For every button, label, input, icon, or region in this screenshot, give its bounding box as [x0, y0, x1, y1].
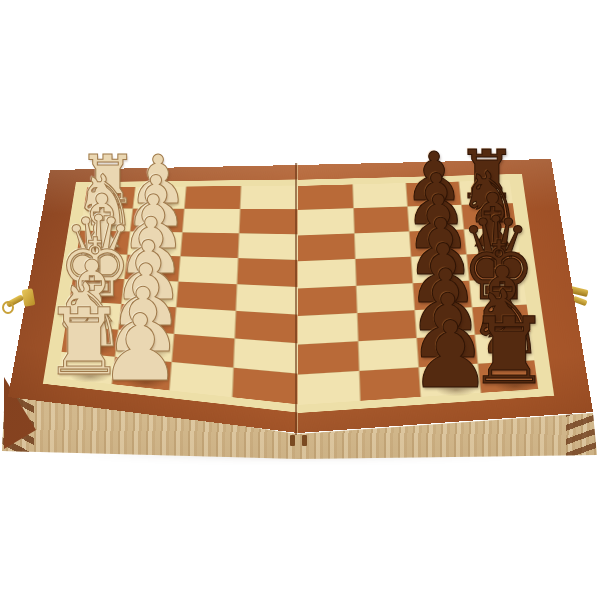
piece-black-rook-h8[interactable]: ♜ — [468, 305, 551, 397]
product-photo: ♜♟♟♜♞♟♟♞♝♟♟♝♛♟♟♛♚♟♟♚♝♟♟♝♞♟♟♞♜♟♟♜ — [0, 0, 600, 600]
pieces-layer: ♜♟♟♜♞♟♟♞♝♟♟♝♛♟♟♛♚♟♟♚♝♟♟♝♞♟♟♞♜♟♟♜ — [0, 0, 600, 600]
piece-white-pawn-h2[interactable]: ♟ — [99, 302, 182, 394]
